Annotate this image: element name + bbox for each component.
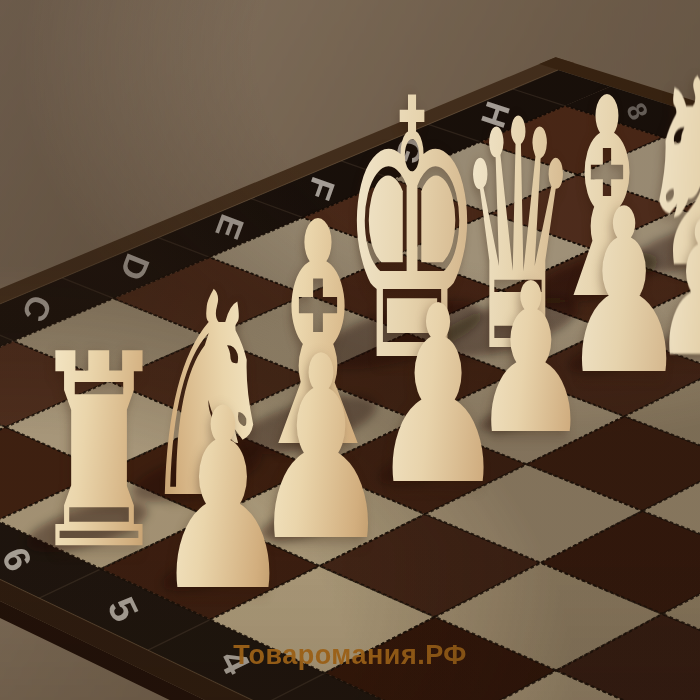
product-photo-canvas: ABCDEFGH876543218 ♜♞♝♚♛♝♞♟♟♟♟♟♟ Товарома… [0,0,700,700]
piece-white-pawn-a5: ♟ [154,376,293,626]
piece-white-rook-a6: ♜ [30,319,169,586]
chess-pieces-layer: ♜♞♝♚♛♝♞♟♟♟♟♟♟ [0,0,700,700]
